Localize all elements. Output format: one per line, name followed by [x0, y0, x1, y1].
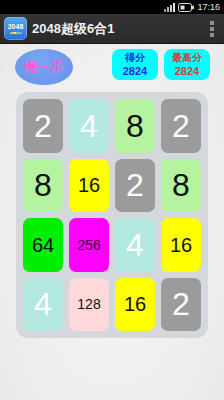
- undo-button[interactable]: 悔一步: [15, 49, 73, 85]
- tile-r4c1-value-4: 4: [23, 278, 63, 332]
- tile-r1c1-value-2: 2: [23, 99, 63, 153]
- action-bar: 2048 2048超级6合1: [0, 14, 224, 44]
- signal-icon: [164, 3, 175, 12]
- tile-r1c4-value-2: 2: [161, 99, 201, 153]
- score-box: 得分 2824: [112, 49, 158, 80]
- score-label: 得分: [116, 52, 154, 64]
- tile-r3c4-value-16: 16: [161, 218, 201, 272]
- best-score-box: 最高分 2824: [164, 49, 210, 80]
- tile-r3c3-value-4: 4: [115, 218, 155, 272]
- tile-r2c3-value-2: 2: [115, 159, 155, 213]
- tile-r1c2-value-4: 4: [69, 99, 109, 153]
- app-icon: 2048: [4, 17, 27, 40]
- tile-r2c2-value-16: 16: [69, 159, 109, 213]
- page-title: 2048超级6合1: [32, 20, 199, 38]
- tile-r4c4-value-2: 2: [161, 278, 201, 332]
- tile-r3c1-value-64: 64: [23, 218, 63, 272]
- battery-icon: [178, 3, 194, 12]
- app-icon-label: 2048: [8, 23, 24, 31]
- score-boxes: 得分 2824 最高分 2824: [112, 49, 210, 80]
- tile-r4c3-value-16: 16: [115, 278, 155, 332]
- tile-r2c1-value-8: 8: [23, 159, 63, 213]
- overflow-menu-icon[interactable]: [204, 17, 220, 41]
- tile-r4c2-value-128: 128: [69, 278, 109, 332]
- score-value: 2824: [116, 65, 154, 78]
- status-bar: 17:16: [0, 0, 224, 14]
- controls-row: 悔一步 得分 2824 最高分 2824: [0, 44, 224, 85]
- board-grid[interactable]: 248281628642564164128162: [16, 92, 208, 338]
- tile-r3c2-value-256: 256: [69, 218, 109, 272]
- tile-r2c4-value-8: 8: [161, 159, 201, 213]
- app-icon-tiles-decoration: [10, 32, 22, 34]
- tile-r1c3-value-8: 8: [115, 99, 155, 153]
- status-time: 17:16: [197, 0, 220, 14]
- best-score-label: 最高分: [168, 52, 206, 64]
- app-window: 17:16 2048 2048超级6合1 悔一步 得分 2824 最高分 282…: [0, 0, 224, 400]
- best-score-value: 2824: [168, 65, 206, 78]
